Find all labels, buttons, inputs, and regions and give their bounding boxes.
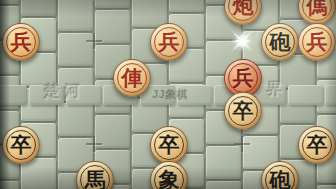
piece-red-soldier[interactable]: 兵: [2, 23, 40, 61]
piece-character: 卒: [3, 127, 39, 163]
piece-character: 卒: [299, 127, 335, 163]
piece-character: 象: [151, 162, 187, 189]
piece-character: 兵: [151, 24, 187, 60]
piece-red-horse[interactable]: 傌: [298, 0, 336, 25]
piece-black-elephant[interactable]: 象: [150, 161, 188, 189]
piece-red-soldier[interactable]: 兵: [150, 23, 188, 61]
piece-black-cannon[interactable]: 砲: [261, 161, 299, 189]
piece-character: 砲: [262, 162, 298, 189]
piece-red-soldier[interactable]: 兵: [298, 23, 336, 61]
piece-character: 卒: [151, 127, 187, 163]
piece-character: 砲: [262, 24, 298, 60]
piece-black-horse[interactable]: 馬: [76, 161, 114, 189]
piece-red-cannon[interactable]: 炮: [224, 0, 262, 25]
piece-character: 傌: [299, 0, 335, 24]
piece-black-soldier[interactable]: 卒: [298, 126, 336, 164]
piece-character: 俥: [114, 60, 150, 96]
piece-character: 卒: [225, 93, 261, 129]
piece-character: 兵: [3, 24, 39, 60]
xiangqi-board[interactable]: 楚河漢界 JJ象棋 炮傌兵兵砲兵俥兵卒卒卒卒馬象砲: [0, 0, 336, 189]
piece-character: 馬: [77, 162, 113, 189]
piece-red-chariot[interactable]: 俥: [113, 59, 151, 97]
piece-black-cannon[interactable]: 砲: [261, 23, 299, 61]
piece-black-soldier[interactable]: 卒: [2, 126, 40, 164]
piece-character: 兵: [225, 60, 261, 96]
piece-black-soldier[interactable]: 卒: [224, 92, 262, 130]
piece-black-soldier[interactable]: 卒: [150, 126, 188, 164]
pieces-layer: 炮傌兵兵砲兵俥兵卒卒卒卒馬象砲: [0, 0, 336, 189]
piece-character: 兵: [299, 24, 335, 60]
piece-character: 炮: [225, 0, 261, 24]
